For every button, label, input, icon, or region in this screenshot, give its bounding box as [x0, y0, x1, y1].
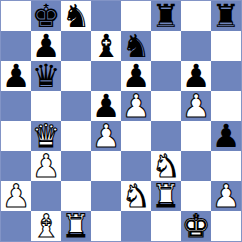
square-g3[interactable] — [181, 151, 211, 181]
piece-white-pawn[interactable]: ♟ — [92, 120, 121, 152]
square-c1[interactable]: ♜ — [61, 211, 91, 241]
piece-black-rook[interactable]: ♜ — [212, 0, 241, 32]
square-f5[interactable] — [151, 91, 181, 121]
square-g4[interactable] — [181, 121, 211, 151]
square-h4[interactable]: ♟ — [211, 121, 241, 151]
square-a1[interactable] — [1, 211, 31, 241]
square-g8[interactable] — [181, 1, 211, 31]
piece-white-bishop[interactable]: ♝ — [32, 210, 61, 242]
square-b1[interactable]: ♝ — [31, 211, 61, 241]
square-f8[interactable]: ♜ — [151, 1, 181, 31]
square-e1[interactable] — [121, 211, 151, 241]
square-c6[interactable] — [61, 61, 91, 91]
square-b6[interactable]: ♛ — [31, 61, 61, 91]
square-f6[interactable] — [151, 61, 181, 91]
square-h7[interactable] — [211, 31, 241, 61]
piece-white-rook[interactable]: ♜ — [152, 180, 181, 212]
piece-black-rook[interactable]: ♜ — [152, 0, 181, 32]
piece-white-knight[interactable]: ♞ — [122, 180, 151, 212]
square-a2[interactable]: ♟ — [1, 181, 31, 211]
piece-white-pawn[interactable]: ♟ — [2, 180, 31, 212]
square-a4[interactable] — [1, 121, 31, 151]
square-e5[interactable]: ♟ — [121, 91, 151, 121]
piece-black-queen[interactable]: ♛ — [32, 60, 61, 92]
piece-white-pawn[interactable]: ♟ — [182, 90, 211, 122]
square-d4[interactable]: ♟ — [91, 121, 121, 151]
square-d2[interactable] — [91, 181, 121, 211]
chess-board: ♚♞♜♜♟♝♞♟♛♟♟♟♟♟♛♟♟♟♞♟♞♜♟♝♜♚ — [0, 0, 242, 242]
piece-black-knight[interactable]: ♞ — [62, 0, 91, 32]
square-c3[interactable] — [61, 151, 91, 181]
piece-white-pawn[interactable]: ♟ — [122, 90, 151, 122]
square-e4[interactable] — [121, 121, 151, 151]
square-g1[interactable]: ♚ — [181, 211, 211, 241]
square-a5[interactable] — [1, 91, 31, 121]
square-f7[interactable] — [151, 31, 181, 61]
piece-black-bishop[interactable]: ♝ — [92, 30, 121, 62]
piece-white-pawn[interactable]: ♟ — [32, 150, 61, 182]
square-h1[interactable] — [211, 211, 241, 241]
square-f2[interactable]: ♜ — [151, 181, 181, 211]
square-g5[interactable]: ♟ — [181, 91, 211, 121]
square-d3[interactable] — [91, 151, 121, 181]
piece-white-pawn[interactable]: ♟ — [212, 180, 241, 212]
square-b3[interactable]: ♟ — [31, 151, 61, 181]
square-h8[interactable]: ♜ — [211, 1, 241, 31]
square-a6[interactable]: ♟ — [1, 61, 31, 91]
piece-white-rook[interactable]: ♜ — [62, 210, 91, 242]
square-h2[interactable]: ♟ — [211, 181, 241, 211]
piece-black-pawn[interactable]: ♟ — [2, 60, 31, 92]
square-e2[interactable]: ♞ — [121, 181, 151, 211]
square-f1[interactable] — [151, 211, 181, 241]
square-c4[interactable] — [61, 121, 91, 151]
square-c7[interactable] — [61, 31, 91, 61]
piece-white-king[interactable]: ♚ — [182, 210, 211, 242]
square-c8[interactable]: ♞ — [61, 1, 91, 31]
square-h6[interactable] — [211, 61, 241, 91]
piece-black-pawn[interactable]: ♟ — [212, 120, 241, 152]
square-c5[interactable] — [61, 91, 91, 121]
square-d7[interactable]: ♝ — [91, 31, 121, 61]
square-d1[interactable] — [91, 211, 121, 241]
square-a8[interactable] — [1, 1, 31, 31]
